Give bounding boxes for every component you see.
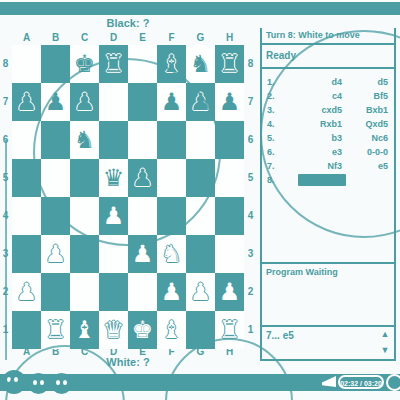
program-thinking-output (262, 279, 394, 325)
move-row: 2.c4Bf5 (262, 89, 394, 103)
square-d6[interactable] (99, 121, 128, 159)
engine-status: Ready (262, 45, 394, 69)
ball-icon[interactable] (386, 374, 400, 391)
square-d2[interactable] (99, 273, 128, 311)
game-info-panel: Turn 8: White to move Ready 1.d4d52.c4Bf… (260, 28, 396, 361)
move-black: e5 (346, 159, 392, 173)
piece-black-pawn[interactable]: ♟ (190, 83, 212, 121)
rank-label: 8 (1, 45, 10, 83)
square-b2[interactable] (41, 273, 70, 311)
move-number: 2. (262, 89, 284, 103)
button-face-icon (63, 380, 67, 385)
square-a7[interactable]: ♟ (12, 83, 41, 121)
move-list: 1.d4d52.c4Bf53.cxd5Bxb14.Rxb1Qxd55.b3Nc6… (262, 69, 394, 262)
scroll-down-icon[interactable]: ▼ (381, 345, 390, 355)
square-d5[interactable]: ♛ (99, 159, 128, 197)
square-g6[interactable] (186, 121, 215, 159)
piece-white-pawn[interactable]: ♟ (190, 273, 212, 311)
piece-black-pawn[interactable]: ♟ (16, 83, 38, 121)
square-c8[interactable]: ♚ (70, 45, 99, 83)
move-white: e3 (284, 145, 346, 159)
move-black: d5 (346, 75, 392, 89)
square-b5[interactable] (41, 159, 70, 197)
move-black: 0-0-0 (346, 145, 392, 159)
move-row: 7.Nf3e5 (262, 159, 394, 173)
square-c6[interactable]: ♞ (70, 121, 99, 159)
round-button-1[interactable] (2, 370, 26, 394)
square-b8[interactable] (41, 45, 70, 83)
piece-black-pawn[interactable]: ♟ (74, 83, 96, 121)
chess-board[interactable]: ♚♜♝♞♜♟♟♟♟♟♟♞♛♟♟♟♟♞♟♟♟♟♜♝♛♚♝♜ (12, 45, 244, 349)
piece-black-rook[interactable]: ♜ (219, 45, 241, 83)
move-row: 5.b3Nc6 (262, 131, 394, 145)
square-g4[interactable] (186, 197, 215, 235)
square-a2[interactable]: ♟ (12, 273, 41, 311)
file-label: G (186, 32, 215, 43)
clock-display: 02:32 / 03:20 (338, 375, 384, 389)
program-thinking-label: Program Waiting (262, 262, 394, 279)
piece-black-knight[interactable]: ♞ (190, 45, 212, 83)
round-button-3[interactable] (51, 373, 72, 394)
piece-white-pawn[interactable]: ♟ (161, 273, 183, 311)
square-b7[interactable]: ♟ (41, 83, 70, 121)
square-c1[interactable]: ♝ (70, 311, 99, 349)
piece-white-pawn[interactable]: ♟ (219, 273, 241, 311)
rank-label: 5 (246, 159, 255, 197)
square-g3[interactable] (186, 235, 215, 273)
square-a4[interactable] (12, 197, 41, 235)
window-edge-line (5, 140, 7, 360)
piece-white-pawn[interactable]: ♟ (103, 197, 125, 235)
file-label: E (128, 32, 157, 43)
window-title-bar[interactable] (0, 2, 400, 15)
move-white: Rxb1 (284, 117, 346, 131)
move-input-row[interactable]: 7... e5 ▲ ▼ (262, 325, 394, 357)
square-d7[interactable] (99, 83, 128, 121)
piece-white-pawn[interactable]: ♟ (16, 273, 38, 311)
piece-black-pawn[interactable]: ♟ (45, 83, 67, 121)
move-number: 1. (262, 75, 284, 89)
piece-black-king[interactable]: ♚ (74, 45, 96, 83)
file-label: D (99, 32, 128, 43)
piece-white-bishop[interactable]: ♝ (74, 311, 96, 349)
move-row: 1.d4d5 (262, 75, 394, 89)
square-e6[interactable] (128, 121, 157, 159)
rank-label: 2 (246, 273, 255, 311)
move-number: 6. (262, 145, 284, 159)
square-e8[interactable] (128, 45, 157, 83)
square-g2[interactable]: ♟ (186, 273, 215, 311)
piece-white-king[interactable]: ♚ (132, 311, 154, 349)
move-white: Nf3 (284, 159, 346, 173)
scroll-up-icon[interactable]: ▲ (381, 329, 390, 339)
rank-label: 4 (246, 197, 255, 235)
move-black: Bxb1 (346, 103, 392, 117)
move-number: 3. (262, 103, 284, 117)
square-d4[interactable]: ♟ (99, 197, 128, 235)
piece-black-pawn[interactable]: ♟ (161, 83, 183, 121)
move-row: 8. (262, 173, 394, 187)
move-row: 4.Rxb1Qxd5 (262, 117, 394, 131)
move-row: 6.e30-0-0 (262, 145, 394, 159)
square-a1[interactable] (12, 311, 41, 349)
piece-black-rook[interactable]: ♜ (103, 45, 125, 83)
piece-white-pawn[interactable]: ♟ (132, 235, 154, 273)
square-f5[interactable] (157, 159, 186, 197)
file-label: B (41, 32, 70, 43)
piece-white-rook[interactable]: ♜ (219, 311, 241, 349)
move-white: d4 (284, 75, 346, 89)
move-input-value[interactable]: 7... e5 (266, 330, 294, 341)
square-f1[interactable]: ♝ (157, 311, 186, 349)
move-black: Qxd5 (346, 117, 392, 131)
square-d8[interactable]: ♜ (99, 45, 128, 83)
square-h3[interactable] (215, 235, 244, 273)
piece-black-pawn[interactable]: ♟ (219, 83, 241, 121)
current-move-box (298, 174, 346, 186)
turn-indicator: Turn 8: White to move (262, 28, 394, 45)
move-black: Bf5 (346, 89, 392, 103)
move-black (346, 173, 392, 187)
rank-label: 8 (246, 45, 255, 83)
round-button-2[interactable] (28, 373, 49, 394)
rank-labels-right: 87654321 (246, 45, 255, 349)
square-e1[interactable]: ♚ (128, 311, 157, 349)
square-c2[interactable] (70, 273, 99, 311)
file-labels-top: ABCDEFGH (12, 32, 244, 43)
file-label: C (70, 32, 99, 43)
square-a8[interactable] (12, 45, 41, 83)
file-label: A (12, 32, 41, 43)
square-c3[interactable] (70, 235, 99, 273)
square-f7[interactable]: ♟ (157, 83, 186, 121)
square-c5[interactable] (70, 159, 99, 197)
move-white: b3 (284, 131, 346, 145)
square-b1[interactable]: ♜ (41, 311, 70, 349)
square-g8[interactable]: ♞ (186, 45, 215, 83)
square-e2[interactable] (128, 273, 157, 311)
square-e5[interactable]: ♟ (128, 159, 157, 197)
square-e3[interactable]: ♟ (128, 235, 157, 273)
square-h4[interactable] (215, 197, 244, 235)
square-h1[interactable]: ♜ (215, 311, 244, 349)
black-player-label: Black: ? (0, 17, 256, 29)
piece-white-knight[interactable]: ♞ (161, 235, 183, 273)
button-face-icon (14, 377, 18, 382)
square-c4[interactable] (70, 197, 99, 235)
button-face-icon (56, 380, 60, 385)
move-input-scrollbar[interactable]: ▲ ▼ (378, 329, 392, 355)
square-h6[interactable] (215, 121, 244, 159)
square-h8[interactable]: ♜ (215, 45, 244, 83)
file-label: F (157, 32, 186, 43)
piece-white-pawn[interactable]: ♟ (45, 235, 67, 273)
file-label: H (215, 32, 244, 43)
piece-black-bishop[interactable]: ♝ (161, 45, 183, 83)
move-number: 8. (262, 173, 284, 187)
square-h5[interactable] (215, 159, 244, 197)
square-g5[interactable] (186, 159, 215, 197)
square-a3[interactable] (12, 235, 41, 273)
move-white: c4 (284, 89, 346, 103)
piece-white-queen[interactable]: ♛ (103, 311, 125, 349)
button-face-icon (7, 377, 11, 382)
move-number: 5. (262, 131, 284, 145)
rank-label: 7 (1, 83, 10, 121)
move-black: Nc6 (346, 131, 392, 145)
square-e4[interactable] (128, 197, 157, 235)
square-a6[interactable] (12, 121, 41, 159)
square-b4[interactable] (41, 197, 70, 235)
piece-black-queen[interactable]: ♛ (103, 159, 125, 197)
move-number: 7. (262, 159, 284, 173)
square-e7[interactable] (128, 83, 157, 121)
square-a5[interactable] (12, 159, 41, 197)
square-b6[interactable] (41, 121, 70, 159)
move-row: 3.cxd5Bxb1 (262, 103, 394, 117)
square-f2[interactable]: ♟ (157, 273, 186, 311)
square-g7[interactable]: ♟ (186, 83, 215, 121)
rank-label: 6 (246, 121, 255, 159)
square-g1[interactable] (186, 311, 215, 349)
button-face-icon (40, 380, 44, 385)
rank-label: 7 (246, 83, 255, 121)
rank-label: 3 (246, 235, 255, 273)
square-h7[interactable]: ♟ (215, 83, 244, 121)
piece-black-knight[interactable]: ♞ (74, 121, 96, 159)
piece-white-bishop[interactable]: ♝ (161, 311, 183, 349)
square-f8[interactable]: ♝ (157, 45, 186, 83)
square-d1[interactable]: ♛ (99, 311, 128, 349)
square-d3[interactable] (99, 235, 128, 273)
piece-white-rook[interactable]: ♜ (45, 311, 67, 349)
move-white: cxd5 (284, 103, 346, 117)
button-face-icon (33, 380, 37, 385)
square-b3[interactable]: ♟ (41, 235, 70, 273)
piece-black-pawn[interactable]: ♟ (132, 159, 154, 197)
square-h2[interactable]: ♟ (215, 273, 244, 311)
rank-label: 1 (246, 311, 255, 349)
move-number: 4. (262, 117, 284, 131)
square-f4[interactable] (157, 197, 186, 235)
square-f6[interactable] (157, 121, 186, 159)
square-c7[interactable]: ♟ (70, 83, 99, 121)
white-player-label: White: ? (0, 356, 256, 368)
square-f3[interactable]: ♞ (157, 235, 186, 273)
